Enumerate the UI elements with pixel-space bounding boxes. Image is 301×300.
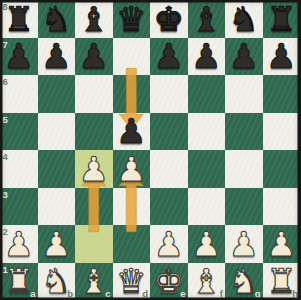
board-pieces: ♜♞♝♛♚♝♞♜♟♟♟♟♟♟♟♟♟♟♟♟♟♟♟♟♜♞♝♛♚♝♞♜ [0,0,300,300]
white-knight-g1[interactable]: ♞ [225,263,263,300]
white-queen-d1[interactable]: ♛ [113,263,151,300]
black-pawn-f7[interactable]: ♟ [188,38,226,76]
white-king-e1[interactable]: ♚ [150,263,188,300]
white-pawn-g2[interactable]: ♟ [225,225,263,263]
black-pawn-g7[interactable]: ♟ [225,38,263,76]
white-pawn-c4[interactable]: ♟ [75,150,113,188]
white-bishop-f1[interactable]: ♝ [188,263,226,300]
white-pawn-a2[interactable]: ♟ [0,225,38,263]
black-pawn-c7[interactable]: ♟ [75,38,113,76]
white-rook-a1[interactable]: ♜ [0,263,38,300]
black-rook-a8[interactable]: ♜ [0,0,38,38]
black-pawn-d5[interactable]: ♟ [113,113,151,151]
black-pawn-h7[interactable]: ♟ [263,38,301,76]
white-pawn-e2[interactable]: ♟ [150,225,188,263]
black-rook-h8[interactable]: ♜ [263,0,301,38]
white-pawn-b2[interactable]: ♟ [38,225,76,263]
black-bishop-f8[interactable]: ♝ [188,0,226,38]
white-rook-h1[interactable]: ♜ [263,263,301,300]
white-knight-b1[interactable]: ♞ [38,263,76,300]
black-pawn-a7[interactable]: ♟ [0,38,38,76]
chess-board: 87654321abcdefgh ♜♞♝♛♚♝♞♜♟♟♟♟♟♟♟♟♟♟♟♟♟♟♟… [0,0,300,300]
black-pawn-b7[interactable]: ♟ [38,38,76,76]
white-pawn-d4[interactable]: ♟ [113,150,151,188]
black-pawn-e7[interactable]: ♟ [150,38,188,76]
black-bishop-c8[interactable]: ♝ [75,0,113,38]
white-pawn-f2[interactable]: ♟ [188,225,226,263]
white-pawn-h2[interactable]: ♟ [263,225,301,263]
black-knight-b8[interactable]: ♞ [38,0,76,38]
black-queen-d8[interactable]: ♛ [113,0,151,38]
black-king-e8[interactable]: ♚ [150,0,188,38]
black-knight-g8[interactable]: ♞ [225,0,263,38]
white-bishop-c1[interactable]: ♝ [75,263,113,300]
